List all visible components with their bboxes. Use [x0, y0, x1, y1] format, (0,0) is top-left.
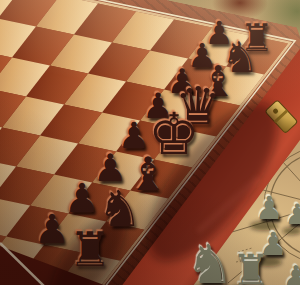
copper-pawn-h2[interactable]: ♟: [34, 209, 70, 249]
chess-set-photo: ♟♜♟♞♟♝♟♛♟♚♟♝♟♟♟♞♟♟♜♞♟♜: [0, 0, 300, 285]
copper-rook-h1[interactable]: ♜: [68, 225, 111, 273]
pieces-layer: ♟♜♟♞♟♝♟♛♟♚♟♝♟♟♟♞♟♟♜♞♟♜: [0, 0, 300, 285]
silver-pawn-offboard[interactable]: ♟: [283, 262, 300, 285]
silver-knight-offboard[interactable]: ♞: [186, 238, 234, 285]
silver-rook-offboard[interactable]: ♜: [231, 249, 270, 285]
silver-pawn-offboard[interactable]: ♟: [255, 192, 284, 224]
